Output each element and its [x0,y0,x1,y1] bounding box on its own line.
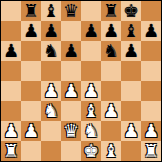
square-a8[interactable] [1,1,21,21]
square-d5[interactable] [61,61,81,81]
square-b6[interactable] [21,41,41,61]
square-f7[interactable]: ♟ [101,21,121,41]
square-b1[interactable] [21,141,41,161]
piece-black-pawn: ♟ [43,21,59,41]
square-f8[interactable]: ♜ [101,1,121,21]
square-c8[interactable]: ♝ [41,1,61,21]
piece-black-king: ♚ [123,1,139,21]
chess-board-frame: ♜♝♛♜♚♟♟♟♟♝♟♟♞♟♞♟♟♟♟♞♝♟♟♟♛♞♟♟♜♚♝♜ [0,0,162,162]
square-f4[interactable] [101,81,121,101]
square-h6[interactable] [141,41,161,61]
piece-black-rook: ♜ [23,1,39,21]
square-c4[interactable]: ♟ [41,81,61,101]
square-a2[interactable]: ♟ [1,121,21,141]
square-g5[interactable] [121,61,141,81]
square-g2[interactable]: ♟ [121,121,141,141]
square-c6[interactable]: ♞ [41,41,61,61]
piece-white-queen: ♛ [63,121,79,141]
square-d4[interactable]: ♟ [61,81,81,101]
square-e5[interactable] [81,61,101,81]
square-g7[interactable]: ♝ [121,21,141,41]
square-f6[interactable]: ♞ [101,41,121,61]
piece-white-pawn: ♟ [83,81,99,101]
square-b5[interactable] [21,61,41,81]
square-b3[interactable] [21,101,41,121]
square-a6[interactable]: ♟ [1,41,21,61]
piece-white-pawn: ♟ [63,81,79,101]
square-d6[interactable]: ♟ [61,41,81,61]
piece-white-knight: ♞ [43,101,59,121]
piece-black-pawn: ♟ [103,21,119,41]
square-a7[interactable] [1,21,21,41]
piece-black-pawn: ♟ [63,41,79,61]
piece-white-bishop: ♝ [103,141,119,161]
piece-white-knight: ♞ [83,121,99,141]
square-c3[interactable]: ♞ [41,101,61,121]
square-g6[interactable]: ♟ [121,41,141,61]
square-f5[interactable] [101,61,121,81]
piece-white-pawn: ♟ [103,101,119,121]
square-c5[interactable] [41,61,61,81]
square-e2[interactable]: ♞ [81,121,101,141]
square-a4[interactable] [1,81,21,101]
piece-black-bishop: ♝ [43,1,59,21]
square-b8[interactable]: ♜ [21,1,41,21]
piece-white-pawn: ♟ [123,121,139,141]
piece-white-rook: ♜ [3,141,19,161]
square-h5[interactable] [141,61,161,81]
square-g3[interactable] [121,101,141,121]
piece-black-pawn: ♟ [23,21,39,41]
piece-black-pawn: ♟ [3,41,19,61]
square-g4[interactable] [121,81,141,101]
square-e1[interactable]: ♚ [81,141,101,161]
square-c1[interactable] [41,141,61,161]
piece-black-bishop: ♝ [123,21,139,41]
square-c2[interactable] [41,121,61,141]
square-h4[interactable] [141,81,161,101]
square-a3[interactable] [1,101,21,121]
square-a1[interactable]: ♜ [1,141,21,161]
square-d7[interactable] [61,21,81,41]
square-h3[interactable] [141,101,161,121]
piece-white-pawn: ♟ [143,121,159,141]
piece-black-pawn: ♟ [83,21,99,41]
square-a5[interactable] [1,61,21,81]
square-c7[interactable]: ♟ [41,21,61,41]
piece-white-pawn: ♟ [43,81,59,101]
piece-black-queen: ♛ [63,1,79,21]
square-f3[interactable]: ♟ [101,101,121,121]
square-e4[interactable]: ♟ [81,81,101,101]
square-d3[interactable] [61,101,81,121]
piece-black-knight: ♞ [43,41,59,61]
square-b4[interactable] [21,81,41,101]
square-d2[interactable]: ♛ [61,121,81,141]
piece-black-rook: ♜ [103,1,119,21]
square-b2[interactable]: ♟ [21,121,41,141]
square-f2[interactable] [101,121,121,141]
piece-black-pawn: ♟ [123,41,139,61]
square-f1[interactable]: ♝ [101,141,121,161]
square-g8[interactable]: ♚ [121,1,141,21]
square-g1[interactable] [121,141,141,161]
square-h8[interactable] [141,1,161,21]
piece-white-pawn: ♟ [23,121,39,141]
square-d8[interactable]: ♛ [61,1,81,21]
piece-white-pawn: ♟ [3,121,19,141]
piece-white-rook: ♜ [143,141,159,161]
square-e8[interactable] [81,1,101,21]
square-h1[interactable]: ♜ [141,141,161,161]
piece-black-pawn: ♟ [143,21,159,41]
square-h2[interactable]: ♟ [141,121,161,141]
chess-board: ♜♝♛♜♚♟♟♟♟♝♟♟♞♟♞♟♟♟♟♞♝♟♟♟♛♞♟♟♜♚♝♜ [1,1,161,161]
square-b7[interactable]: ♟ [21,21,41,41]
piece-black-knight: ♞ [103,41,119,61]
square-e6[interactable] [81,41,101,61]
piece-white-king: ♚ [83,141,99,161]
square-e7[interactable]: ♟ [81,21,101,41]
square-e3[interactable]: ♝ [81,101,101,121]
square-h7[interactable]: ♟ [141,21,161,41]
piece-white-bishop: ♝ [83,101,99,121]
square-d1[interactable] [61,141,81,161]
